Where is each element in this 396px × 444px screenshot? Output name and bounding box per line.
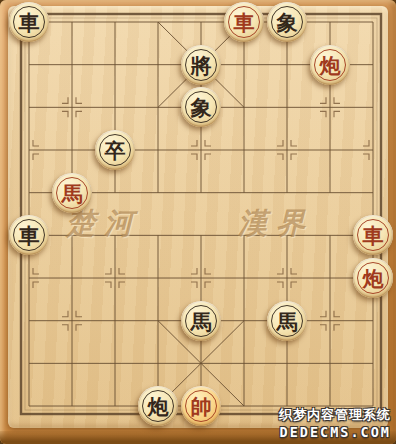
- piece-glyph: 車: [234, 11, 255, 33]
- watermark-text-cn: 织梦内容管理系统: [279, 406, 391, 424]
- xiangqi-board-screen: 楚河 漢界 車車象將炮象卒馬車車炮馬馬炮帥 织梦内容管理系统 DEDECMS.C…: [0, 0, 396, 444]
- piece-red-horse[interactable]: 馬: [52, 173, 92, 213]
- piece-red-general[interactable]: 帥: [181, 386, 221, 426]
- piece-glyph: 車: [19, 224, 40, 246]
- piece-glyph: 炮: [320, 54, 341, 76]
- piece-glyph: 卒: [105, 139, 126, 161]
- watermark: 织梦内容管理系统 DEDECMS.COM: [279, 406, 391, 440]
- piece-glyph: 馬: [62, 182, 83, 204]
- piece-red-cannon[interactable]: 炮: [353, 258, 393, 298]
- piece-red-chariot[interactable]: 車: [224, 2, 264, 42]
- piece-glyph: 馬: [191, 310, 212, 332]
- piece-glyph: 將: [191, 54, 212, 76]
- piece-black-chariot[interactable]: 車: [9, 215, 49, 255]
- piece-glyph: 炮: [363, 267, 384, 289]
- pieces-grid[interactable]: 車車象將炮象卒馬車車炮馬馬炮帥: [8, 1, 395, 428]
- piece-red-chariot[interactable]: 車: [353, 215, 393, 255]
- piece-black-elephant[interactable]: 象: [267, 2, 307, 42]
- piece-red-cannon[interactable]: 炮: [310, 45, 350, 85]
- piece-black-general[interactable]: 將: [181, 45, 221, 85]
- piece-black-soldier[interactable]: 卒: [95, 130, 135, 170]
- piece-glyph: 炮: [148, 395, 169, 417]
- piece-black-elephant[interactable]: 象: [181, 87, 221, 127]
- piece-glyph: 象: [277, 11, 298, 33]
- piece-glyph: 帥: [191, 395, 212, 417]
- piece-black-cannon[interactable]: 炮: [138, 386, 178, 426]
- piece-black-horse[interactable]: 馬: [181, 301, 221, 341]
- piece-glyph: 馬: [277, 310, 298, 332]
- watermark-text-en: DEDECMS.COM: [279, 424, 391, 440]
- piece-glyph: 象: [191, 96, 212, 118]
- piece-glyph: 車: [363, 224, 384, 246]
- piece-glyph: 車: [19, 11, 40, 33]
- piece-black-chariot[interactable]: 車: [9, 2, 49, 42]
- piece-black-horse[interactable]: 馬: [267, 301, 307, 341]
